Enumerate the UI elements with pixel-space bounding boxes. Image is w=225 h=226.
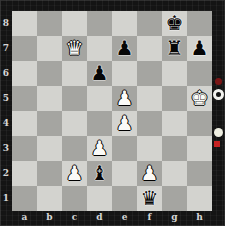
white-pawn-e5[interactable]: ♟ <box>116 86 134 111</box>
white-king-h5[interactable]: ♚ <box>191 86 209 111</box>
square-a4[interactable] <box>12 111 37 136</box>
square-e1[interactable] <box>112 186 137 211</box>
square-b7[interactable] <box>37 36 62 61</box>
rank-label-4: 4 <box>0 111 12 136</box>
rank-label-5: 5 <box>0 86 12 111</box>
square-b3[interactable] <box>37 136 62 161</box>
file-label-c: c <box>62 211 87 226</box>
white-pawn-e4[interactable]: ♟ <box>116 111 134 136</box>
square-c5[interactable] <box>62 86 87 111</box>
square-c6[interactable] <box>62 61 87 86</box>
square-a8[interactable] <box>12 11 37 36</box>
square-g6[interactable] <box>162 61 187 86</box>
rank-label-3: 3 <box>0 136 12 161</box>
square-a1[interactable] <box>12 186 37 211</box>
square-f1[interactable]: ♛ <box>137 186 162 211</box>
square-h7[interactable]: ♟ <box>187 36 212 61</box>
square-d6[interactable]: ♟ <box>87 61 112 86</box>
square-f5[interactable] <box>137 86 162 111</box>
white-pawn-d3[interactable]: ♟ <box>91 136 109 161</box>
white-pawn-f2[interactable]: ♟ <box>141 161 159 186</box>
square-e4[interactable]: ♟ <box>112 111 137 136</box>
square-g8[interactable]: ♚ <box>162 11 187 36</box>
file-label-b: b <box>37 211 62 226</box>
square-a7[interactable] <box>12 36 37 61</box>
file-label-d: d <box>87 211 112 226</box>
square-c8[interactable] <box>62 11 87 36</box>
square-d5[interactable] <box>87 86 112 111</box>
square-g4[interactable] <box>162 111 187 136</box>
file-labels: abcdefgh <box>12 211 212 226</box>
white-ring-indicator <box>213 89 224 100</box>
square-d1[interactable] <box>87 186 112 211</box>
black-bishop-d2[interactable]: ♝ <box>91 161 109 186</box>
square-h2[interactable] <box>187 161 212 186</box>
rank-label-6: 6 <box>0 61 12 86</box>
square-h1[interactable] <box>187 186 212 211</box>
square-g2[interactable] <box>162 161 187 186</box>
square-c7[interactable]: ♛ <box>62 36 87 61</box>
square-e2[interactable] <box>112 161 137 186</box>
square-b6[interactable] <box>37 61 62 86</box>
file-label-g: g <box>162 211 187 226</box>
file-label-a: a <box>12 211 37 226</box>
square-c1[interactable] <box>62 186 87 211</box>
square-g3[interactable] <box>162 136 187 161</box>
square-b4[interactable] <box>37 111 62 136</box>
white-indicator-dot <box>214 128 223 137</box>
black-pawn-h7[interactable]: ♟ <box>191 36 209 61</box>
square-c3[interactable] <box>62 136 87 161</box>
square-h8[interactable] <box>187 11 212 36</box>
file-label-f: f <box>137 211 162 226</box>
square-f2[interactable]: ♟ <box>137 161 162 186</box>
white-queen-c7[interactable]: ♛ <box>66 36 84 61</box>
square-b5[interactable] <box>37 86 62 111</box>
square-c2[interactable]: ♟ <box>62 161 87 186</box>
square-a6[interactable] <box>12 61 37 86</box>
black-rook-g7[interactable]: ♜ <box>166 36 184 61</box>
red-indicator-square <box>214 141 220 147</box>
square-f8[interactable] <box>137 11 162 36</box>
file-label-e: e <box>112 211 137 226</box>
square-g7[interactable]: ♜ <box>162 36 187 61</box>
square-d3[interactable]: ♟ <box>87 136 112 161</box>
dark-red-indicator-dot <box>215 78 222 85</box>
black-king-g8[interactable]: ♚ <box>166 11 184 36</box>
square-h4[interactable] <box>187 111 212 136</box>
rank-label-1: 1 <box>0 186 12 211</box>
board: ♚♛♟♜♟♟♟♚♟♟♟♝♟♛ <box>12 11 212 211</box>
square-b1[interactable] <box>37 186 62 211</box>
square-e6[interactable] <box>112 61 137 86</box>
square-e5[interactable]: ♟ <box>112 86 137 111</box>
square-h6[interactable] <box>187 61 212 86</box>
square-c4[interactable] <box>62 111 87 136</box>
square-b2[interactable] <box>37 161 62 186</box>
black-pawn-d6[interactable]: ♟ <box>91 61 109 86</box>
square-f3[interactable] <box>137 136 162 161</box>
square-e3[interactable] <box>112 136 137 161</box>
white-pawn-c2[interactable]: ♟ <box>66 161 84 186</box>
file-label-h: h <box>187 211 212 226</box>
rank-label-7: 7 <box>0 36 12 61</box>
square-h5[interactable]: ♚ <box>187 86 212 111</box>
square-f7[interactable] <box>137 36 162 61</box>
square-a2[interactable] <box>12 161 37 186</box>
square-h3[interactable] <box>187 136 212 161</box>
rank-label-8: 8 <box>0 11 12 36</box>
chess-board-frame: 87654321 ♚♛♟♜♟♟♟♚♟♟♟♝♟♛ abcdefgh <box>0 0 225 226</box>
square-f6[interactable] <box>137 61 162 86</box>
square-g1[interactable] <box>162 186 187 211</box>
square-g5[interactable] <box>162 86 187 111</box>
square-e7[interactable]: ♟ <box>112 36 137 61</box>
square-f4[interactable] <box>137 111 162 136</box>
square-b8[interactable] <box>37 11 62 36</box>
rank-labels: 87654321 <box>0 11 12 211</box>
square-d2[interactable]: ♝ <box>87 161 112 186</box>
black-queen-f1[interactable]: ♛ <box>141 186 159 211</box>
square-e8[interactable] <box>112 11 137 36</box>
rank-label-2: 2 <box>0 161 12 186</box>
square-d8[interactable] <box>87 11 112 36</box>
square-a5[interactable] <box>12 86 37 111</box>
square-d4[interactable] <box>87 111 112 136</box>
square-d7[interactable] <box>87 36 112 61</box>
black-pawn-e7[interactable]: ♟ <box>116 36 134 61</box>
square-a3[interactable] <box>12 136 37 161</box>
